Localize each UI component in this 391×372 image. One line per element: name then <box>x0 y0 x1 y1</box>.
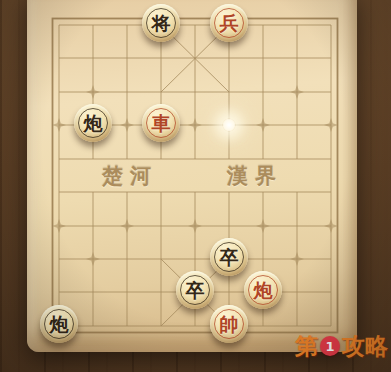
piece-glyph: 炮 <box>84 114 103 133</box>
piece-glyph: 卒 <box>186 281 205 300</box>
piece-glyph: 炮 <box>254 281 273 300</box>
xiangqi-board: 楚河 漢界 将兵炮車卒卒炮帥炮 <box>27 0 357 352</box>
move-hint-dot[interactable] <box>223 119 236 132</box>
wood-table: 楚河 漢界 将兵炮車卒卒炮帥炮 第 1 攻略 <box>0 0 391 372</box>
piece-black-general[interactable]: 将 <box>142 4 180 42</box>
piece-black-cannon[interactable]: 炮 <box>74 104 112 142</box>
piece-glyph: 将 <box>152 14 171 33</box>
piece-red-soldier[interactable]: 兵 <box>210 4 248 42</box>
piece-black-soldier[interactable]: 卒 <box>176 271 214 309</box>
piece-glyph: 兵 <box>220 14 239 33</box>
piece-red-chariot[interactable]: 車 <box>142 104 180 142</box>
watermark-badge: 1 <box>320 336 340 356</box>
piece-glyph: 卒 <box>220 248 239 267</box>
piece-black-soldier[interactable]: 卒 <box>210 238 248 276</box>
watermark: 第 1 攻略 <box>295 332 388 360</box>
piece-glyph: 車 <box>152 114 171 133</box>
piece-glyph: 帥 <box>220 315 239 334</box>
watermark-suffix: 攻略 <box>342 331 388 362</box>
piece-red-general[interactable]: 帥 <box>210 305 248 343</box>
piece-red-cannon[interactable]: 炮 <box>244 271 282 309</box>
piece-glyph: 炮 <box>50 315 69 334</box>
watermark-prefix: 第 <box>295 331 318 362</box>
piece-black-cannon[interactable]: 炮 <box>40 305 78 343</box>
